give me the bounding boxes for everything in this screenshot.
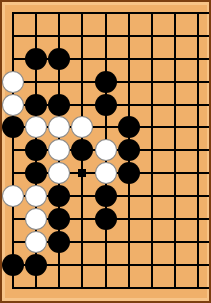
go-board-grid (2, 2, 209, 301)
white-stone (2, 71, 24, 93)
black-stone (48, 231, 70, 253)
black-stone (48, 94, 70, 116)
black-stone (118, 162, 140, 184)
black-stone (118, 139, 140, 161)
grid-line-horizontal (12, 35, 209, 37)
white-stone (48, 116, 70, 138)
black-stone (25, 254, 47, 276)
white-stone (95, 162, 117, 184)
white-stone (25, 231, 47, 253)
grid-line-horizontal (12, 287, 209, 289)
black-stone (2, 254, 24, 276)
black-stone (71, 139, 93, 161)
white-stone (25, 116, 47, 138)
square-marker (78, 169, 86, 177)
black-stone (95, 94, 117, 116)
black-stone (25, 139, 47, 161)
black-stone (118, 116, 140, 138)
white-stone (25, 208, 47, 230)
black-stone (48, 208, 70, 230)
white-stone (48, 139, 70, 161)
black-stone (95, 71, 117, 93)
black-stone (25, 162, 47, 184)
black-stone (2, 116, 24, 138)
black-stone (48, 48, 70, 70)
go-board (0, 0, 211, 303)
white-stone (95, 139, 117, 161)
white-stone (25, 185, 47, 207)
black-stone (25, 94, 47, 116)
black-stone (95, 185, 117, 207)
white-stone (2, 94, 24, 116)
grid-line-horizontal (12, 12, 209, 14)
black-stone (25, 48, 47, 70)
black-stone (48, 185, 70, 207)
white-stone (48, 162, 70, 184)
white-stone (71, 116, 93, 138)
black-stone (95, 208, 117, 230)
white-stone (2, 185, 24, 207)
